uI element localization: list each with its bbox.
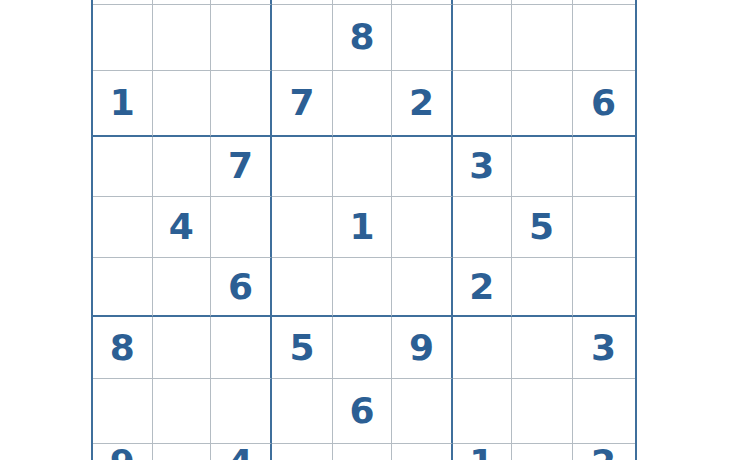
- given-digit: 1: [349, 209, 374, 245]
- cell-r8c5[interactable]: 6: [333, 379, 392, 444]
- given-digit: 3: [591, 330, 616, 366]
- sudoku-board: 2958817267341562859369412: [91, 0, 637, 460]
- given-digit: 3: [469, 148, 494, 184]
- cell-r3c7[interactable]: [453, 71, 512, 137]
- given-digit: 2: [469, 269, 494, 305]
- cell-r7c7[interactable]: [453, 317, 512, 379]
- given-digit: 5: [289, 330, 314, 366]
- cell-r2c8[interactable]: [512, 5, 573, 71]
- given-digit: 2: [110, 0, 135, 5]
- cell-r5c8[interactable]: 5: [512, 197, 573, 259]
- cell-r6c6[interactable]: [392, 258, 453, 317]
- cell-r5c5[interactable]: 1: [333, 197, 392, 259]
- cell-r7c2[interactable]: [153, 317, 212, 379]
- cell-r4c8[interactable]: [512, 137, 573, 197]
- cell-r5c7[interactable]: [453, 197, 512, 259]
- given-digit: 4: [228, 445, 253, 460]
- cell-r2c7[interactable]: [453, 5, 512, 71]
- cell-r9c6[interactable]: [392, 444, 453, 460]
- cell-r8c2[interactable]: [153, 379, 212, 444]
- cell-r7c6[interactable]: 9: [392, 317, 453, 379]
- cell-r8c4[interactable]: [272, 379, 333, 444]
- cell-r2c9[interactable]: [573, 5, 635, 71]
- cell-r3c8[interactable]: [512, 71, 573, 137]
- cell-r7c9[interactable]: 3: [573, 317, 635, 379]
- cell-r6c1[interactable]: [93, 258, 153, 317]
- given-digit: 5: [529, 209, 554, 245]
- given-digit: 4: [169, 209, 194, 245]
- cell-r9c5[interactable]: [333, 444, 392, 460]
- cell-r4c6[interactable]: [392, 137, 453, 197]
- cell-r9c2[interactable]: [153, 444, 212, 460]
- given-digit: 9: [228, 0, 253, 5]
- cell-r3c5[interactable]: [333, 71, 392, 137]
- cell-r9c8[interactable]: [512, 444, 573, 460]
- given-digit: 5: [469, 0, 494, 5]
- cell-r4c9[interactable]: [573, 137, 635, 197]
- cell-r6c4[interactable]: [272, 258, 333, 317]
- cell-r9c4[interactable]: [272, 444, 333, 460]
- cell-r2c2[interactable]: [153, 5, 212, 71]
- cell-r8c9[interactable]: [573, 379, 635, 444]
- cell-r8c3[interactable]: [211, 379, 272, 444]
- cell-r2c1[interactable]: [93, 5, 153, 71]
- cell-r7c3[interactable]: [211, 317, 272, 379]
- cell-r3c3[interactable]: [211, 71, 272, 137]
- cell-r4c3[interactable]: 7: [211, 137, 272, 197]
- cell-r6c8[interactable]: [512, 258, 573, 317]
- cell-r6c2[interactable]: [153, 258, 212, 317]
- given-digit: 2: [591, 445, 616, 460]
- cell-r8c7[interactable]: [453, 379, 512, 444]
- cell-r3c6[interactable]: 2: [392, 71, 453, 137]
- given-digit: 9: [409, 330, 434, 366]
- cell-r9c1[interactable]: 9: [93, 444, 153, 460]
- cell-r7c5[interactable]: [333, 317, 392, 379]
- given-digit: 8: [110, 330, 135, 366]
- cell-r3c2[interactable]: [153, 71, 212, 137]
- cell-r9c9[interactable]: 2: [573, 444, 635, 460]
- cell-r8c8[interactable]: [512, 379, 573, 444]
- given-digit: 7: [289, 85, 314, 121]
- cell-r4c1[interactable]: [93, 137, 153, 197]
- cell-r3c4[interactable]: 7: [272, 71, 333, 137]
- cell-r5c4[interactable]: [272, 197, 333, 259]
- cell-r7c8[interactable]: [512, 317, 573, 379]
- given-digit: 9: [110, 445, 135, 460]
- cell-r4c7[interactable]: 3: [453, 137, 512, 197]
- cell-r2c3[interactable]: [211, 5, 272, 71]
- cell-r2c5[interactable]: 8: [333, 5, 392, 71]
- given-digit: 6: [228, 269, 253, 305]
- given-digit: 8: [349, 19, 374, 55]
- cell-r4c2[interactable]: [153, 137, 212, 197]
- cell-r7c1[interactable]: 8: [93, 317, 153, 379]
- given-digit: 2: [409, 85, 434, 121]
- cell-r2c6[interactable]: [392, 5, 453, 71]
- given-digit: 8: [591, 0, 616, 5]
- cell-r3c1[interactable]: 1: [93, 71, 153, 137]
- cell-r6c7[interactable]: 2: [453, 258, 512, 317]
- cell-r5c9[interactable]: [573, 197, 635, 259]
- cell-r3c9[interactable]: 6: [573, 71, 635, 137]
- cell-r6c9[interactable]: [573, 258, 635, 317]
- given-digit: 6: [349, 393, 374, 429]
- cell-r9c3[interactable]: 4: [211, 444, 272, 460]
- cell-r4c5[interactable]: [333, 137, 392, 197]
- cell-r4c4[interactable]: [272, 137, 333, 197]
- given-digit: 1: [110, 85, 135, 121]
- cell-r5c1[interactable]: [93, 197, 153, 259]
- cell-r2c4[interactable]: [272, 5, 333, 71]
- cell-r6c5[interactable]: [333, 258, 392, 317]
- cell-r8c1[interactable]: [93, 379, 153, 444]
- given-digit: 1: [469, 445, 494, 460]
- cell-r5c6[interactable]: [392, 197, 453, 259]
- cell-r8c6[interactable]: [392, 379, 453, 444]
- cell-r5c2[interactable]: 4: [153, 197, 212, 259]
- screenshot-canvas: 2958817267341562859369412: [0, 0, 736, 460]
- cell-r6c3[interactable]: 6: [211, 258, 272, 317]
- cell-r9c7[interactable]: 1: [453, 444, 512, 460]
- cell-r7c4[interactable]: 5: [272, 317, 333, 379]
- cell-r5c3[interactable]: [211, 197, 272, 259]
- given-digit: 7: [228, 148, 253, 184]
- given-digit: 6: [591, 85, 616, 121]
